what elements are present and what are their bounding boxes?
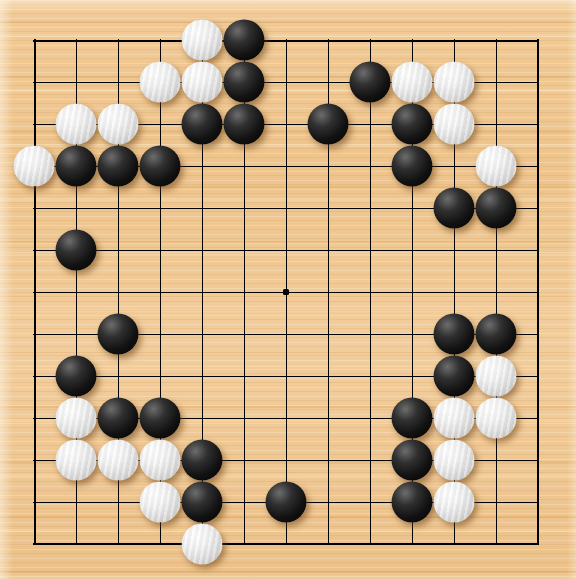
black-stone[interactable]	[224, 20, 265, 61]
intersection-empty[interactable]	[353, 317, 387, 351]
intersection-empty[interactable]	[227, 527, 261, 561]
intersection-empty[interactable]	[185, 275, 219, 309]
intersection-empty[interactable]	[227, 401, 261, 435]
intersection-empty[interactable]	[311, 191, 345, 225]
intersection-empty[interactable]	[353, 107, 387, 141]
white-stone[interactable]	[56, 104, 97, 145]
black-stone[interactable]	[224, 62, 265, 103]
intersection-empty[interactable]	[479, 23, 513, 57]
intersection-empty[interactable]	[143, 23, 177, 57]
intersection-empty[interactable]	[17, 317, 51, 351]
intersection-empty[interactable]	[269, 65, 303, 99]
white-stone[interactable]	[476, 146, 517, 187]
intersection-empty[interactable]	[17, 527, 51, 561]
white-stone[interactable]	[434, 62, 475, 103]
intersection-empty[interactable]	[353, 359, 387, 393]
intersection-empty[interactable]	[353, 23, 387, 57]
intersection-empty[interactable]	[395, 23, 429, 57]
intersection-empty[interactable]	[311, 233, 345, 267]
intersection-empty[interactable]	[17, 485, 51, 519]
intersection-empty[interactable]	[521, 527, 555, 561]
intersection-empty[interactable]	[227, 149, 261, 183]
intersection-empty[interactable]	[227, 443, 261, 477]
intersection-empty[interactable]	[17, 23, 51, 57]
intersection-empty[interactable]	[101, 359, 135, 393]
intersection-empty[interactable]	[101, 65, 135, 99]
black-stone[interactable]	[98, 314, 139, 355]
black-stone[interactable]	[350, 62, 391, 103]
intersection-empty[interactable]	[101, 485, 135, 519]
white-stone[interactable]	[434, 398, 475, 439]
intersection-empty[interactable]	[17, 359, 51, 393]
intersection-empty[interactable]	[143, 191, 177, 225]
intersection-empty[interactable]	[59, 191, 93, 225]
black-stone[interactable]	[434, 314, 475, 355]
black-stone[interactable]	[476, 314, 517, 355]
intersection-empty[interactable]	[59, 23, 93, 57]
black-stone[interactable]	[182, 104, 223, 145]
intersection-empty[interactable]	[269, 401, 303, 435]
intersection-empty[interactable]	[521, 359, 555, 393]
intersection-empty[interactable]	[353, 443, 387, 477]
intersection-empty[interactable]	[17, 191, 51, 225]
intersection-empty[interactable]	[143, 107, 177, 141]
white-stone[interactable]	[434, 440, 475, 481]
intersection-empty[interactable]	[269, 275, 303, 309]
intersection-empty[interactable]	[185, 233, 219, 267]
black-stone[interactable]	[392, 104, 433, 145]
go-board-grid	[34, 40, 538, 544]
intersection-empty[interactable]	[521, 191, 555, 225]
intersection-empty[interactable]	[227, 317, 261, 351]
intersection-empty[interactable]	[269, 317, 303, 351]
intersection-empty[interactable]	[521, 149, 555, 183]
intersection-empty[interactable]	[143, 233, 177, 267]
white-stone[interactable]	[14, 146, 55, 187]
intersection-empty[interactable]	[437, 149, 471, 183]
intersection-empty[interactable]	[59, 275, 93, 309]
black-stone[interactable]	[392, 482, 433, 523]
intersection-empty[interactable]	[353, 527, 387, 561]
intersection-empty[interactable]	[59, 485, 93, 519]
intersection-empty[interactable]	[17, 275, 51, 309]
intersection-empty[interactable]	[479, 65, 513, 99]
white-stone[interactable]	[98, 104, 139, 145]
white-stone[interactable]	[476, 356, 517, 397]
black-stone[interactable]	[308, 104, 349, 145]
black-stone[interactable]	[182, 482, 223, 523]
intersection-empty[interactable]	[395, 317, 429, 351]
black-stone[interactable]	[392, 146, 433, 187]
intersection-empty[interactable]	[311, 23, 345, 57]
go-app	[0, 0, 576, 579]
intersection-empty[interactable]	[59, 65, 93, 99]
white-stone[interactable]	[476, 398, 517, 439]
intersection-empty[interactable]	[479, 527, 513, 561]
intersection-empty[interactable]	[17, 443, 51, 477]
intersection-empty[interactable]	[395, 275, 429, 309]
intersection-empty[interactable]	[521, 233, 555, 267]
intersection-empty[interactable]	[143, 527, 177, 561]
intersection-empty[interactable]	[101, 233, 135, 267]
intersection-empty[interactable]	[311, 527, 345, 561]
intersection-empty[interactable]	[101, 527, 135, 561]
intersection-empty[interactable]	[395, 233, 429, 267]
intersection-empty[interactable]	[269, 359, 303, 393]
intersection-empty[interactable]	[227, 359, 261, 393]
intersection-empty[interactable]	[269, 527, 303, 561]
intersection-empty[interactable]	[185, 317, 219, 351]
intersection-empty[interactable]	[185, 149, 219, 183]
black-stone[interactable]	[98, 146, 139, 187]
black-stone[interactable]	[56, 356, 97, 397]
intersection-empty[interactable]	[17, 401, 51, 435]
intersection-empty[interactable]	[521, 23, 555, 57]
black-stone[interactable]	[392, 398, 433, 439]
intersection-empty[interactable]	[311, 65, 345, 99]
intersection-empty[interactable]	[101, 191, 135, 225]
intersection-empty[interactable]	[521, 275, 555, 309]
intersection-empty[interactable]	[479, 233, 513, 267]
intersection-empty[interactable]	[437, 275, 471, 309]
white-stone[interactable]	[140, 62, 181, 103]
black-stone[interactable]	[182, 440, 223, 481]
intersection-empty[interactable]	[227, 275, 261, 309]
intersection-empty[interactable]	[311, 149, 345, 183]
intersection-empty[interactable]	[269, 233, 303, 267]
white-stone[interactable]	[182, 524, 223, 565]
white-stone[interactable]	[56, 398, 97, 439]
white-stone[interactable]	[140, 440, 181, 481]
white-stone[interactable]	[56, 440, 97, 481]
black-stone[interactable]	[98, 398, 139, 439]
intersection-empty[interactable]	[353, 401, 387, 435]
intersection-empty[interactable]	[311, 485, 345, 519]
intersection-empty[interactable]	[353, 233, 387, 267]
intersection-empty[interactable]	[185, 191, 219, 225]
black-stone[interactable]	[392, 440, 433, 481]
intersection-empty[interactable]	[143, 359, 177, 393]
intersection-empty[interactable]	[185, 401, 219, 435]
intersection-empty[interactable]	[479, 275, 513, 309]
intersection-empty[interactable]	[395, 359, 429, 393]
black-stone[interactable]	[140, 146, 181, 187]
intersection-empty[interactable]	[227, 191, 261, 225]
intersection-empty[interactable]	[353, 149, 387, 183]
white-stone[interactable]	[392, 62, 433, 103]
black-stone[interactable]	[266, 482, 307, 523]
black-stone[interactable]	[56, 230, 97, 271]
black-stone[interactable]	[434, 188, 475, 229]
intersection-empty[interactable]	[59, 317, 93, 351]
black-stone[interactable]	[56, 146, 97, 187]
intersection-empty[interactable]	[101, 23, 135, 57]
intersection-empty[interactable]	[353, 275, 387, 309]
intersection-empty[interactable]	[311, 275, 345, 309]
intersection-empty[interactable]	[437, 527, 471, 561]
intersection-empty[interactable]	[521, 107, 555, 141]
white-stone[interactable]	[98, 440, 139, 481]
intersection-empty[interactable]	[17, 107, 51, 141]
intersection-empty[interactable]	[269, 443, 303, 477]
intersection-empty[interactable]	[227, 233, 261, 267]
black-stone[interactable]	[140, 398, 181, 439]
intersection-empty[interactable]	[269, 107, 303, 141]
intersection-empty[interactable]	[311, 443, 345, 477]
white-stone[interactable]	[182, 62, 223, 103]
intersection-empty[interactable]	[437, 23, 471, 57]
black-stone[interactable]	[434, 356, 475, 397]
intersection-empty[interactable]	[227, 485, 261, 519]
intersection-empty[interactable]	[269, 191, 303, 225]
intersection-empty[interactable]	[59, 527, 93, 561]
intersection-empty[interactable]	[353, 485, 387, 519]
intersection-empty[interactable]	[521, 443, 555, 477]
black-stone[interactable]	[224, 104, 265, 145]
intersection-empty[interactable]	[395, 527, 429, 561]
intersection-empty[interactable]	[143, 317, 177, 351]
black-stone[interactable]	[476, 188, 517, 229]
intersection-empty[interactable]	[17, 65, 51, 99]
intersection-empty[interactable]	[311, 317, 345, 351]
intersection-empty[interactable]	[185, 359, 219, 393]
intersection-empty[interactable]	[479, 107, 513, 141]
white-stone[interactable]	[434, 104, 475, 145]
intersection-empty[interactable]	[521, 317, 555, 351]
white-stone[interactable]	[434, 482, 475, 523]
intersection-empty[interactable]	[521, 485, 555, 519]
intersection-empty[interactable]	[311, 359, 345, 393]
intersection-empty[interactable]	[17, 233, 51, 267]
intersection-empty[interactable]	[437, 233, 471, 267]
intersection-empty[interactable]	[269, 149, 303, 183]
intersection-empty[interactable]	[311, 401, 345, 435]
intersection-empty[interactable]	[143, 275, 177, 309]
intersection-empty[interactable]	[101, 275, 135, 309]
intersection-empty[interactable]	[521, 401, 555, 435]
intersection-empty[interactable]	[353, 191, 387, 225]
intersection-empty[interactable]	[479, 443, 513, 477]
intersection-empty[interactable]	[269, 23, 303, 57]
white-stone[interactable]	[182, 20, 223, 61]
intersection-empty[interactable]	[521, 65, 555, 99]
white-stone[interactable]	[140, 482, 181, 523]
intersection-empty[interactable]	[479, 485, 513, 519]
intersection-empty[interactable]	[395, 191, 429, 225]
